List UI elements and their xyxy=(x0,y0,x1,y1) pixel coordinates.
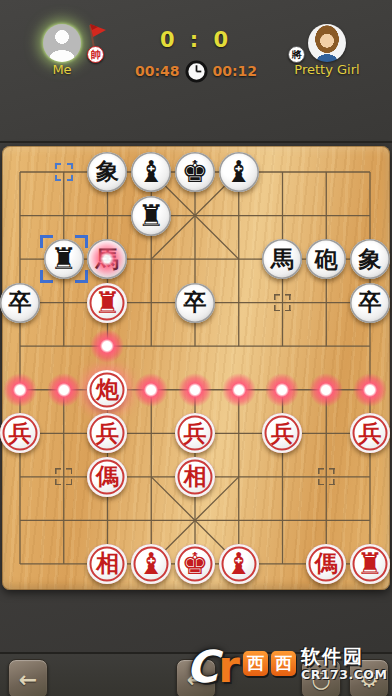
piece-black-soldier[interactable]: 卒 xyxy=(0,283,40,323)
move-target-dot[interactable] xyxy=(265,373,299,407)
move-target-dot[interactable] xyxy=(47,373,81,407)
piece-red-elephant[interactable]: 相 xyxy=(175,457,215,497)
piece-black-horse[interactable]: 馬 xyxy=(262,239,302,279)
opponent-side-badge: 將 xyxy=(288,46,305,63)
settings-button[interactable]: ⚙ xyxy=(349,659,389,696)
piece-black-general[interactable]: ♚ xyxy=(175,152,215,192)
piece-red-chariot[interactable]: ♜ xyxy=(350,544,390,584)
top-bar: 帥 Me 0 : 0 00:48 00:12 將 Pretty Girl xyxy=(0,0,392,143)
move-target-dot[interactable] xyxy=(353,373,387,407)
move-target-dot[interactable] xyxy=(222,373,256,407)
opponent-name: Pretty Girl xyxy=(267,62,387,77)
timer-row: 00:48 00:12 xyxy=(126,59,266,83)
my-avatar xyxy=(43,24,81,62)
score: 0 : 0 xyxy=(136,28,256,52)
piece-red-elephant[interactable]: 相 xyxy=(87,544,127,584)
bottom-bar: ← ↩ ○ ⚙ xyxy=(0,652,392,696)
piece-black-elephant[interactable]: 象 xyxy=(350,239,390,279)
move-target-dot[interactable] xyxy=(90,329,124,363)
my-timer: 00:48 xyxy=(135,63,180,79)
piece-red-chariot[interactable]: ♜ xyxy=(87,283,127,323)
piece-red-soldier[interactable]: 兵 xyxy=(262,413,302,453)
piece-black-advisor[interactable]: ♝ xyxy=(219,152,259,192)
piece-red-cannon[interactable]: 炮 xyxy=(87,370,127,410)
board-grid: 象♝♚♝♜♜馬馬砲象卒♜卒卒炮兵兵兵兵兵傌相相♝♚♝傌♜ xyxy=(0,150,392,586)
piece-black-chariot[interactable]: ♜ xyxy=(131,196,171,236)
undo-button[interactable]: ↩ xyxy=(176,659,216,696)
piece-red-soldier[interactable]: 兵 xyxy=(175,413,215,453)
piece-black-soldier[interactable]: 卒 xyxy=(175,283,215,323)
move-target-dot[interactable] xyxy=(134,373,168,407)
piece-black-cannon[interactable]: 砲 xyxy=(306,239,346,279)
piece-red-soldier[interactable]: 兵 xyxy=(0,413,40,453)
move-target-dot[interactable] xyxy=(3,373,37,407)
back-button[interactable]: ← xyxy=(8,659,48,696)
move-target-dot[interactable] xyxy=(178,373,212,407)
my-name: Me xyxy=(2,62,122,77)
piece-red-general[interactable]: ♚ xyxy=(175,544,215,584)
piece-red-soldier[interactable]: 兵 xyxy=(350,413,390,453)
point-marker xyxy=(318,468,335,485)
opponent-timer: 00:12 xyxy=(213,63,258,79)
piece-red-horse[interactable]: 傌 xyxy=(87,457,127,497)
last-move-origin-bracket xyxy=(55,163,73,181)
point-marker xyxy=(55,468,72,485)
piece-red-horse[interactable]: 傌 xyxy=(306,544,346,584)
clock-icon xyxy=(185,60,208,83)
piece-black-soldier[interactable]: 卒 xyxy=(350,283,390,323)
piece-black-elephant[interactable]: 象 xyxy=(87,152,127,192)
piece-red-advisor[interactable]: ♝ xyxy=(219,544,259,584)
opponent-avatar xyxy=(308,24,346,62)
piece-red-soldier[interactable]: 兵 xyxy=(87,413,127,453)
game-screen: 帥 Me 0 : 0 00:48 00:12 將 Pretty Girl 象♝♚… xyxy=(0,0,392,696)
piece-red-advisor[interactable]: ♝ xyxy=(131,544,171,584)
move-target-dot[interactable] xyxy=(309,373,343,407)
piece-black-advisor[interactable]: ♝ xyxy=(131,152,171,192)
xiangqi-board[interactable]: 象♝♚♝♜♜馬馬砲象卒♜卒卒炮兵兵兵兵兵傌相相♝♚♝傌♜ xyxy=(2,146,390,590)
my-side-badge: 帥 xyxy=(87,46,104,63)
aux-button[interactable]: ○ xyxy=(301,659,341,696)
piece-black-chariot[interactable]: ♜ xyxy=(44,239,84,279)
point-marker xyxy=(274,294,291,311)
